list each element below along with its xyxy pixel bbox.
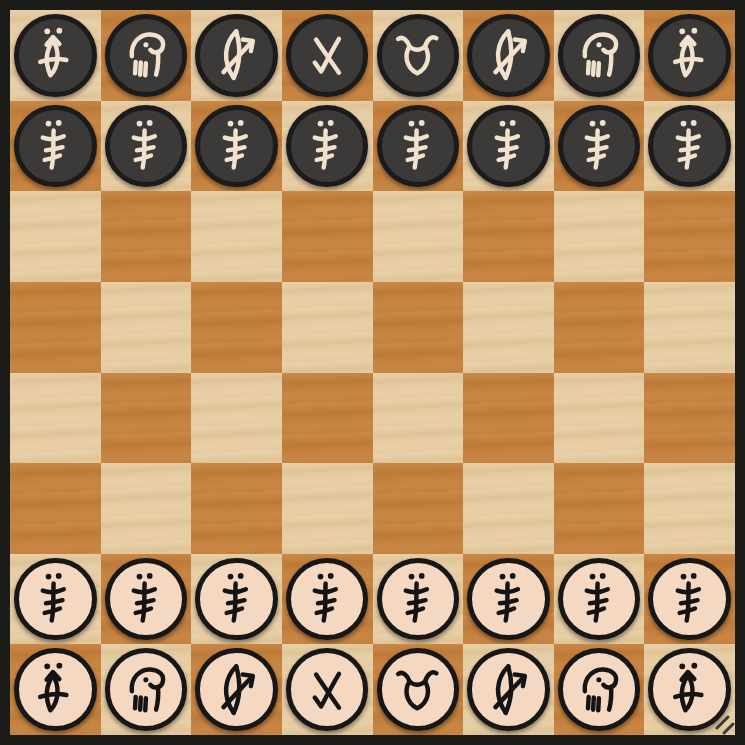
square-e5[interactable] [373, 282, 464, 373]
square-h6[interactable] [644, 191, 735, 282]
square-b7[interactable] [101, 101, 192, 192]
knight-glyph-icon [114, 23, 178, 87]
square-a1[interactable] [10, 644, 101, 735]
rook-glyph-icon [23, 658, 87, 722]
square-b4[interactable] [101, 373, 192, 464]
square-d1[interactable] [282, 644, 373, 735]
piece-white-pawn[interactable] [105, 558, 187, 640]
square-d4[interactable] [282, 373, 373, 464]
square-c2[interactable] [191, 554, 282, 645]
pawn-glyph-icon [658, 114, 722, 178]
square-e1[interactable] [373, 644, 464, 735]
square-c1[interactable] [191, 644, 282, 735]
square-b1[interactable] [101, 644, 192, 735]
piece-white-pawn[interactable] [467, 558, 549, 640]
piece-white-knight[interactable] [558, 648, 640, 730]
board-frame [0, 0, 745, 745]
resize-handle-icon[interactable] [712, 712, 738, 738]
square-e8[interactable] [373, 10, 464, 101]
queen-glyph-icon [295, 658, 359, 722]
queen-glyph-icon [295, 23, 359, 87]
piece-white-queen[interactable] [286, 648, 368, 730]
piece-black-pawn[interactable] [286, 105, 368, 187]
pawn-glyph-icon [658, 567, 722, 631]
square-a6[interactable] [10, 191, 101, 282]
piece-black-pawn[interactable] [558, 105, 640, 187]
square-d6[interactable] [282, 191, 373, 282]
square-c8[interactable] [191, 10, 282, 101]
square-g6[interactable] [554, 191, 645, 282]
square-f7[interactable] [463, 101, 554, 192]
pawn-glyph-icon [114, 567, 178, 631]
knight-glyph-icon [567, 658, 631, 722]
square-a5[interactable] [10, 282, 101, 373]
square-d3[interactable] [282, 463, 373, 554]
pawn-glyph-icon [205, 114, 269, 178]
square-d8[interactable] [282, 10, 373, 101]
square-c3[interactable] [191, 463, 282, 554]
square-f6[interactable] [463, 191, 554, 282]
square-e3[interactable] [373, 463, 464, 554]
square-f3[interactable] [463, 463, 554, 554]
square-g7[interactable] [554, 101, 645, 192]
bishop-glyph-icon [205, 658, 269, 722]
piece-white-pawn[interactable] [14, 558, 96, 640]
square-d2[interactable] [282, 554, 373, 645]
square-e2[interactable] [373, 554, 464, 645]
square-g2[interactable] [554, 554, 645, 645]
pawn-glyph-icon [23, 114, 87, 178]
knight-glyph-icon [114, 658, 178, 722]
square-b8[interactable] [101, 10, 192, 101]
square-g5[interactable] [554, 282, 645, 373]
piece-black-pawn[interactable] [648, 105, 730, 187]
square-h5[interactable] [644, 282, 735, 373]
pawn-glyph-icon [205, 567, 269, 631]
piece-white-knight[interactable] [105, 648, 187, 730]
square-c4[interactable] [191, 373, 282, 464]
square-g3[interactable] [554, 463, 645, 554]
king-glyph-icon [386, 658, 450, 722]
square-b5[interactable] [101, 282, 192, 373]
square-h4[interactable] [644, 373, 735, 464]
piece-white-pawn[interactable] [558, 558, 640, 640]
pawn-glyph-icon [23, 567, 87, 631]
pawn-glyph-icon [114, 114, 178, 178]
piece-white-pawn[interactable] [195, 558, 277, 640]
piece-black-queen[interactable] [286, 14, 368, 96]
square-f1[interactable] [463, 644, 554, 735]
king-glyph-icon [386, 23, 450, 87]
pawn-glyph-icon [567, 114, 631, 178]
pawn-glyph-icon [386, 567, 450, 631]
piece-black-rook[interactable] [14, 14, 96, 96]
square-f5[interactable] [463, 282, 554, 373]
square-e7[interactable] [373, 101, 464, 192]
piece-white-king[interactable] [377, 648, 459, 730]
square-a8[interactable] [10, 10, 101, 101]
piece-white-pawn[interactable] [286, 558, 368, 640]
square-f8[interactable] [463, 10, 554, 101]
chess-board[interactable] [10, 10, 735, 735]
piece-white-pawn[interactable] [648, 558, 730, 640]
piece-white-pawn[interactable] [377, 558, 459, 640]
pawn-glyph-icon [295, 114, 359, 178]
square-c5[interactable] [191, 282, 282, 373]
piece-black-pawn[interactable] [467, 105, 549, 187]
square-h2[interactable] [644, 554, 735, 645]
piece-black-king[interactable] [377, 14, 459, 96]
pawn-glyph-icon [567, 567, 631, 631]
knight-glyph-icon [567, 23, 631, 87]
square-h7[interactable] [644, 101, 735, 192]
piece-black-pawn[interactable] [377, 105, 459, 187]
square-f4[interactable] [463, 373, 554, 464]
square-b6[interactable] [101, 191, 192, 282]
bishop-glyph-icon [477, 23, 541, 87]
square-h3[interactable] [644, 463, 735, 554]
square-a7[interactable] [10, 101, 101, 192]
rook-glyph-icon [23, 23, 87, 87]
piece-white-bishop[interactable] [467, 648, 549, 730]
square-b2[interactable] [101, 554, 192, 645]
square-c7[interactable] [191, 101, 282, 192]
bishop-glyph-icon [205, 23, 269, 87]
square-c6[interactable] [191, 191, 282, 282]
square-a2[interactable] [10, 554, 101, 645]
piece-black-pawn[interactable] [195, 105, 277, 187]
square-g1[interactable] [554, 644, 645, 735]
piece-black-pawn[interactable] [14, 105, 96, 187]
square-f2[interactable] [463, 554, 554, 645]
square-a4[interactable] [10, 373, 101, 464]
rook-glyph-icon [658, 23, 722, 87]
square-b3[interactable] [101, 463, 192, 554]
piece-black-rook[interactable] [648, 14, 730, 96]
pawn-glyph-icon [477, 567, 541, 631]
piece-black-bishop[interactable] [467, 14, 549, 96]
square-g8[interactable] [554, 10, 645, 101]
square-a3[interactable] [10, 463, 101, 554]
piece-black-knight[interactable] [105, 14, 187, 96]
square-e4[interactable] [373, 373, 464, 464]
piece-black-bishop[interactable] [195, 14, 277, 96]
piece-white-rook[interactable] [14, 648, 96, 730]
pawn-glyph-icon [386, 114, 450, 178]
piece-white-bishop[interactable] [195, 648, 277, 730]
square-d7[interactable] [282, 101, 373, 192]
square-h8[interactable] [644, 10, 735, 101]
square-d5[interactable] [282, 282, 373, 373]
piece-black-knight[interactable] [558, 14, 640, 96]
piece-black-pawn[interactable] [105, 105, 187, 187]
square-e6[interactable] [373, 191, 464, 282]
bishop-glyph-icon [477, 658, 541, 722]
square-g4[interactable] [554, 373, 645, 464]
pawn-glyph-icon [477, 114, 541, 178]
pawn-glyph-icon [295, 567, 359, 631]
